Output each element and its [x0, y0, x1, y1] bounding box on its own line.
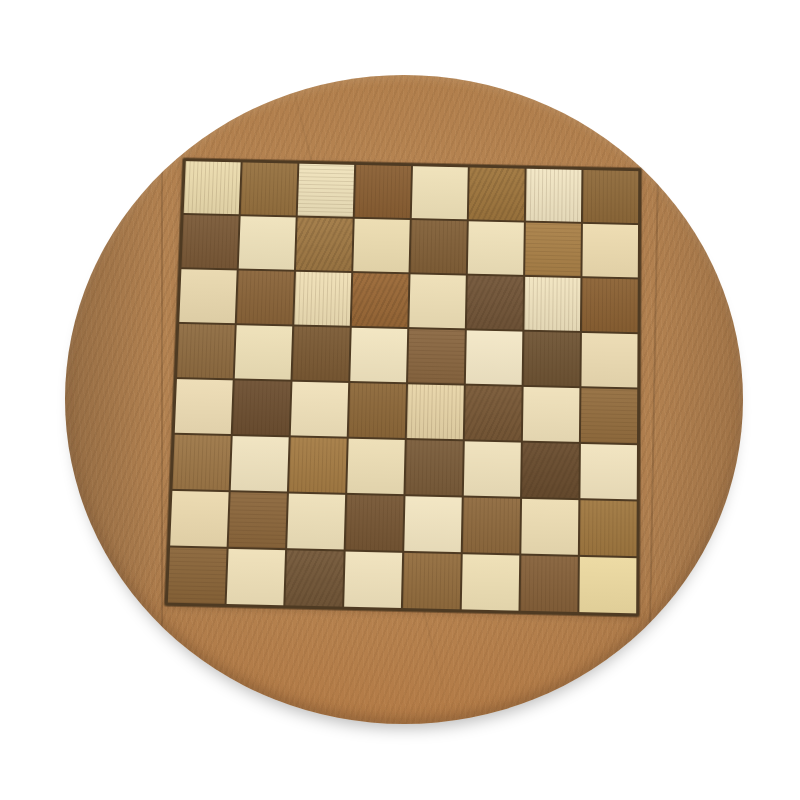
square-c3[interactable] [289, 437, 347, 492]
square-d7[interactable] [353, 219, 409, 273]
square-b6[interactable] [237, 270, 294, 324]
square-c8[interactable] [298, 164, 354, 217]
square-e2[interactable] [404, 496, 462, 552]
square-a4[interactable] [175, 379, 233, 434]
square-b2[interactable] [229, 492, 287, 548]
square-b7[interactable] [239, 216, 296, 270]
square-g1[interactable] [521, 556, 578, 612]
square-h7[interactable] [582, 224, 638, 278]
square-d5[interactable] [350, 328, 407, 382]
wood-seam [161, 75, 163, 724]
square-a7[interactable] [181, 215, 238, 269]
square-e5[interactable] [408, 329, 465, 384]
square-e6[interactable] [409, 274, 466, 328]
square-d1[interactable] [344, 552, 402, 608]
square-f6[interactable] [467, 276, 523, 330]
square-e8[interactable] [412, 166, 468, 219]
square-f7[interactable] [468, 221, 524, 275]
square-e1[interactable] [403, 553, 461, 609]
square-b1[interactable] [227, 549, 285, 605]
square-c6[interactable] [294, 272, 351, 326]
square-h1[interactable] [579, 557, 636, 613]
square-b8[interactable] [241, 162, 298, 215]
square-f2[interactable] [463, 498, 520, 554]
square-h4[interactable] [581, 388, 637, 443]
square-g7[interactable] [525, 223, 581, 277]
square-a5[interactable] [177, 324, 235, 378]
square-h8[interactable] [583, 170, 638, 223]
chessboard-grid [165, 158, 642, 616]
square-f4[interactable] [465, 386, 522, 441]
square-e3[interactable] [406, 440, 463, 495]
square-c1[interactable] [285, 550, 343, 606]
square-g6[interactable] [524, 277, 580, 331]
square-h6[interactable] [582, 278, 638, 332]
square-d2[interactable] [346, 495, 404, 551]
square-g4[interactable] [523, 387, 580, 442]
square-g2[interactable] [521, 499, 578, 555]
square-d8[interactable] [355, 165, 411, 218]
square-h2[interactable] [580, 500, 637, 556]
square-g8[interactable] [526, 169, 582, 222]
square-a3[interactable] [172, 435, 230, 490]
square-e7[interactable] [411, 220, 467, 274]
square-d4[interactable] [349, 383, 406, 438]
square-g3[interactable] [522, 443, 579, 498]
photo-canvas [0, 0, 800, 800]
square-a1[interactable] [168, 548, 227, 604]
square-h5[interactable] [581, 333, 637, 388]
square-f3[interactable] [464, 441, 521, 496]
square-f1[interactable] [462, 554, 520, 610]
square-c5[interactable] [293, 326, 350, 380]
square-b5[interactable] [235, 325, 292, 379]
square-a6[interactable] [179, 269, 236, 323]
square-h3[interactable] [580, 444, 637, 499]
square-e4[interactable] [407, 384, 464, 439]
square-d3[interactable] [347, 439, 405, 494]
square-a2[interactable] [170, 491, 228, 547]
square-b3[interactable] [231, 436, 289, 491]
square-g5[interactable] [524, 332, 580, 387]
square-c4[interactable] [291, 382, 348, 437]
square-b4[interactable] [233, 380, 291, 435]
square-f8[interactable] [469, 167, 525, 220]
square-c7[interactable] [296, 217, 353, 271]
square-c2[interactable] [287, 494, 345, 550]
square-f5[interactable] [466, 330, 523, 385]
square-a8[interactable] [184, 161, 241, 214]
square-d6[interactable] [352, 273, 409, 327]
wood-seam [647, 75, 660, 724]
